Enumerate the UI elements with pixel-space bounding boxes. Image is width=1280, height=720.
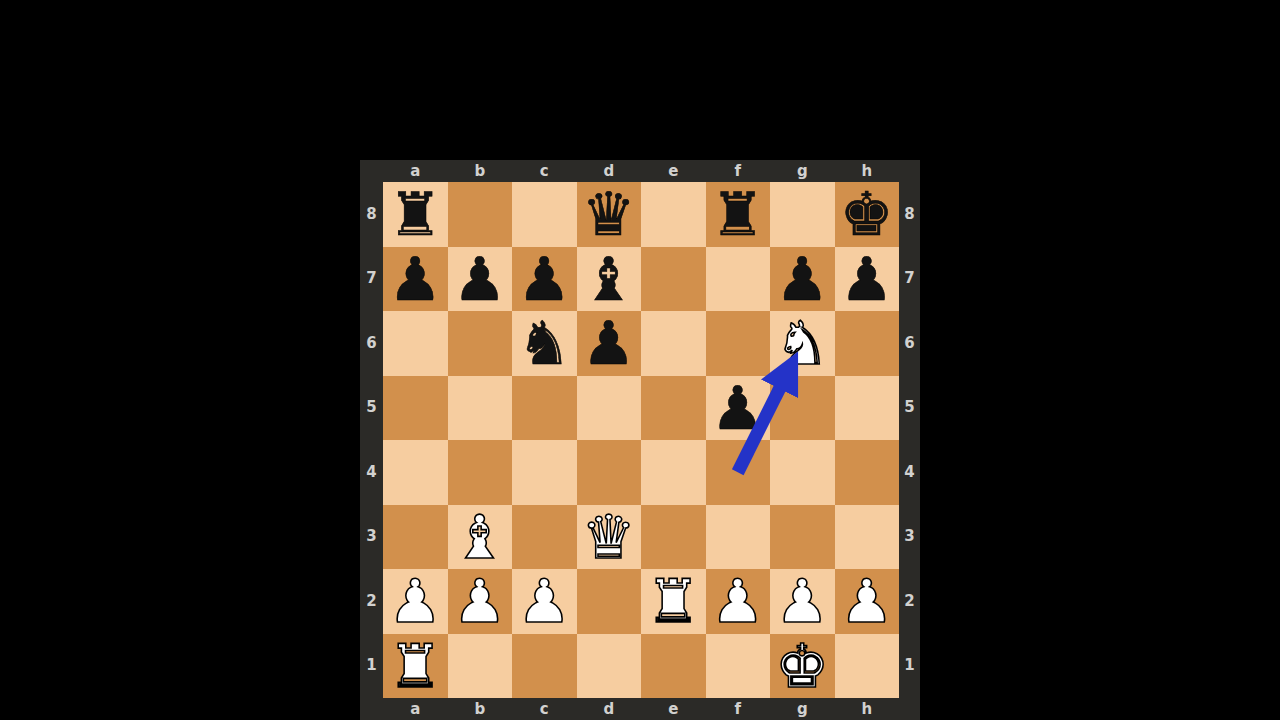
white-pawn-c2: ♟ <box>517 571 571 631</box>
square-a4 <box>383 440 448 505</box>
square-c7: ♟ <box>512 247 577 312</box>
square-c1 <box>512 634 577 699</box>
file-labels-bottom: abcdefgh <box>360 698 920 720</box>
file-label-a-bottom: a <box>383 698 448 720</box>
square-h1 <box>835 634 900 699</box>
square-d6: ♟ <box>577 311 642 376</box>
file-label-b-bottom: b <box>448 698 513 720</box>
file-label-d-bottom: d <box>577 698 642 720</box>
rank-label-5-right: 5 <box>899 376 920 441</box>
square-b6 <box>448 311 513 376</box>
square-g8 <box>770 182 835 247</box>
video-frame: abcdefgh 87654321 ♜♛♜♚♟♟♟♝♟♟♞♟♞♟♝♛♟♟♟♜♟♟… <box>0 0 1280 720</box>
rank-label-8-left: 8 <box>360 182 383 247</box>
rank-label-3-left: 3 <box>360 505 383 570</box>
white-pawn-a2: ♟ <box>388 571 442 631</box>
square-f6 <box>706 311 771 376</box>
square-d2 <box>577 569 642 634</box>
rank-labels-right: 87654321 <box>899 182 920 698</box>
square-a5 <box>383 376 448 441</box>
square-g4 <box>770 440 835 505</box>
rank-label-2-left: 2 <box>360 569 383 634</box>
rank-label-8-right: 8 <box>899 182 920 247</box>
file-label-h-bottom: h <box>835 698 900 720</box>
square-e1 <box>641 634 706 699</box>
square-h4 <box>835 440 900 505</box>
square-c2: ♟ <box>512 569 577 634</box>
rank-label-5-left: 5 <box>360 376 383 441</box>
file-label-c-bottom: c <box>512 698 577 720</box>
rank-label-7-left: 7 <box>360 247 383 312</box>
chess-board: abcdefgh 87654321 ♜♛♜♚♟♟♟♝♟♟♞♟♞♟♝♛♟♟♟♜♟♟… <box>360 160 920 720</box>
square-e4 <box>641 440 706 505</box>
square-b3: ♝ <box>448 505 513 570</box>
white-pawn-h2: ♟ <box>840 571 894 631</box>
black-pawn-f5: ♟ <box>711 378 765 438</box>
rank-label-1-right: 1 <box>899 634 920 699</box>
white-rook-e2: ♜ <box>646 571 700 631</box>
square-b2: ♟ <box>448 569 513 634</box>
rank-label-1-left: 1 <box>360 634 383 699</box>
black-pawn-g7: ♟ <box>775 249 829 309</box>
square-d5 <box>577 376 642 441</box>
rank-labels-left: 87654321 <box>360 182 383 698</box>
square-g1: ♚ <box>770 634 835 699</box>
square-f3 <box>706 505 771 570</box>
square-c3 <box>512 505 577 570</box>
square-c8 <box>512 182 577 247</box>
white-bishop-b3: ♝ <box>453 507 507 567</box>
black-rook-a8: ♜ <box>388 184 442 244</box>
rank-label-6-left: 6 <box>360 311 383 376</box>
square-f2: ♟ <box>706 569 771 634</box>
square-a3 <box>383 505 448 570</box>
black-pawn-b7: ♟ <box>453 249 507 309</box>
square-e3 <box>641 505 706 570</box>
square-b7: ♟ <box>448 247 513 312</box>
square-f1 <box>706 634 771 699</box>
rank-label-4-left: 4 <box>360 440 383 505</box>
square-c6: ♞ <box>512 311 577 376</box>
square-e2: ♜ <box>641 569 706 634</box>
square-h3 <box>835 505 900 570</box>
square-g6: ♞ <box>770 311 835 376</box>
square-h6 <box>835 311 900 376</box>
square-h2: ♟ <box>835 569 900 634</box>
square-g7: ♟ <box>770 247 835 312</box>
file-label-b-top: b <box>448 160 513 182</box>
black-king-h8: ♚ <box>840 184 894 244</box>
square-b1 <box>448 634 513 699</box>
black-bishop-d7: ♝ <box>582 249 636 309</box>
square-f8: ♜ <box>706 182 771 247</box>
rank-label-4-right: 4 <box>899 440 920 505</box>
square-d4 <box>577 440 642 505</box>
square-h5 <box>835 376 900 441</box>
square-b4 <box>448 440 513 505</box>
file-label-g-top: g <box>770 160 835 182</box>
square-f4 <box>706 440 771 505</box>
square-d1 <box>577 634 642 699</box>
square-a8: ♜ <box>383 182 448 247</box>
square-g3 <box>770 505 835 570</box>
white-knight-g6: ♞ <box>775 313 829 373</box>
square-d3: ♛ <box>577 505 642 570</box>
square-d8: ♛ <box>577 182 642 247</box>
white-pawn-f2: ♟ <box>711 571 765 631</box>
white-pawn-g2: ♟ <box>775 571 829 631</box>
square-b8 <box>448 182 513 247</box>
square-e8 <box>641 182 706 247</box>
white-queen-d3: ♛ <box>582 507 636 567</box>
black-pawn-h7: ♟ <box>840 249 894 309</box>
square-e7 <box>641 247 706 312</box>
black-rook-f8: ♜ <box>711 184 765 244</box>
square-h8: ♚ <box>835 182 900 247</box>
file-labels-top: abcdefgh <box>360 160 920 182</box>
rank-label-7-right: 7 <box>899 247 920 312</box>
rank-label-3-right: 3 <box>899 505 920 570</box>
file-label-g-bottom: g <box>770 698 835 720</box>
square-a1: ♜ <box>383 634 448 699</box>
file-label-c-top: c <box>512 160 577 182</box>
square-g5 <box>770 376 835 441</box>
white-pawn-b2: ♟ <box>453 571 507 631</box>
file-label-e-bottom: e <box>641 698 706 720</box>
square-f5: ♟ <box>706 376 771 441</box>
square-c4 <box>512 440 577 505</box>
board-grid: ♜♛♜♚♟♟♟♝♟♟♞♟♞♟♝♛♟♟♟♜♟♟♟♜♚ <box>383 182 899 698</box>
square-h7: ♟ <box>835 247 900 312</box>
file-label-f-bottom: f <box>706 698 771 720</box>
square-a7: ♟ <box>383 247 448 312</box>
rank-label-2-right: 2 <box>899 569 920 634</box>
black-queen-d8: ♛ <box>582 184 636 244</box>
black-pawn-c7: ♟ <box>517 249 571 309</box>
black-pawn-a7: ♟ <box>388 249 442 309</box>
white-rook-a1: ♜ <box>388 636 442 696</box>
square-a2: ♟ <box>383 569 448 634</box>
square-g2: ♟ <box>770 569 835 634</box>
black-knight-c6: ♞ <box>517 313 571 373</box>
file-label-e-top: e <box>641 160 706 182</box>
white-king-g1: ♚ <box>775 636 829 696</box>
square-d7: ♝ <box>577 247 642 312</box>
square-c5 <box>512 376 577 441</box>
black-pawn-d6: ♟ <box>582 313 636 373</box>
square-f7 <box>706 247 771 312</box>
square-e6 <box>641 311 706 376</box>
square-a6 <box>383 311 448 376</box>
rank-label-6-right: 6 <box>899 311 920 376</box>
square-e5 <box>641 376 706 441</box>
square-b5 <box>448 376 513 441</box>
